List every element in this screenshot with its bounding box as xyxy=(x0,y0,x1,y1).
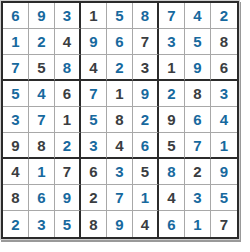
cell-r7c1[interactable]: 4 xyxy=(3,159,29,185)
cell-r3c4[interactable]: 4 xyxy=(81,55,107,81)
cell-r1c4[interactable]: 1 xyxy=(81,3,107,29)
cell-r4c7[interactable]: 2 xyxy=(159,81,185,107)
cell-r7c6[interactable]: 5 xyxy=(133,159,159,185)
cell-r6c7[interactable]: 5 xyxy=(159,133,185,159)
cell-r7c3[interactable]: 7 xyxy=(55,159,81,185)
sudoku-board-frame: 6931587421249673587584231965467192833715… xyxy=(0,0,240,240)
cell-r8c3[interactable]: 9 xyxy=(55,185,81,211)
cell-r5c2[interactable]: 7 xyxy=(29,107,55,133)
cell-r9c8[interactable]: 1 xyxy=(185,211,211,237)
cell-r8c7[interactable]: 4 xyxy=(159,185,185,211)
cell-r6c8[interactable]: 7 xyxy=(185,133,211,159)
cell-r4c8[interactable]: 8 xyxy=(185,81,211,107)
cell-r8c5[interactable]: 7 xyxy=(107,185,133,211)
cell-r1c5[interactable]: 5 xyxy=(107,3,133,29)
cell-r4c1[interactable]: 5 xyxy=(3,81,29,107)
cell-r7c5[interactable]: 3 xyxy=(107,159,133,185)
cell-r4c4[interactable]: 7 xyxy=(81,81,107,107)
cell-r5c8[interactable]: 6 xyxy=(185,107,211,133)
cell-r7c7[interactable]: 8 xyxy=(159,159,185,185)
cell-r6c3[interactable]: 2 xyxy=(55,133,81,159)
cell-r3c2[interactable]: 5 xyxy=(29,55,55,81)
cell-r3c9[interactable]: 6 xyxy=(211,55,237,81)
cell-r6c1[interactable]: 9 xyxy=(3,133,29,159)
cell-r8c9[interactable]: 5 xyxy=(211,185,237,211)
cell-r5c5[interactable]: 8 xyxy=(107,107,133,133)
cell-r5c9[interactable]: 4 xyxy=(211,107,237,133)
cell-r6c9[interactable]: 1 xyxy=(211,133,237,159)
cell-r1c8[interactable]: 4 xyxy=(185,3,211,29)
cell-r9c7[interactable]: 6 xyxy=(159,211,185,237)
cell-r8c6[interactable]: 1 xyxy=(133,185,159,211)
cell-r2c4[interactable]: 9 xyxy=(81,29,107,55)
cell-r4c2[interactable]: 4 xyxy=(29,81,55,107)
cell-r9c9[interactable]: 7 xyxy=(211,211,237,237)
cell-r9c5[interactable]: 9 xyxy=(107,211,133,237)
cell-r1c7[interactable]: 7 xyxy=(159,3,185,29)
cell-r3c1[interactable]: 7 xyxy=(3,55,29,81)
cell-r5c7[interactable]: 9 xyxy=(159,107,185,133)
cell-r9c6[interactable]: 4 xyxy=(133,211,159,237)
cell-r1c3[interactable]: 3 xyxy=(55,3,81,29)
cell-r4c3[interactable]: 6 xyxy=(55,81,81,107)
cell-r2c8[interactable]: 5 xyxy=(185,29,211,55)
cell-r9c1[interactable]: 2 xyxy=(3,211,29,237)
cell-r2c3[interactable]: 4 xyxy=(55,29,81,55)
cell-r7c9[interactable]: 9 xyxy=(211,159,237,185)
cell-r5c4[interactable]: 5 xyxy=(81,107,107,133)
cell-r1c1[interactable]: 6 xyxy=(3,3,29,29)
cell-r9c4[interactable]: 8 xyxy=(81,211,107,237)
cell-r2c9[interactable]: 8 xyxy=(211,29,237,55)
cell-r2c1[interactable]: 1 xyxy=(3,29,29,55)
cell-r3c5[interactable]: 2 xyxy=(107,55,133,81)
cell-r6c4[interactable]: 3 xyxy=(81,133,107,159)
cell-r7c2[interactable]: 1 xyxy=(29,159,55,185)
cell-r5c6[interactable]: 2 xyxy=(133,107,159,133)
cell-r3c8[interactable]: 9 xyxy=(185,55,211,81)
cell-r5c1[interactable]: 3 xyxy=(3,107,29,133)
cell-r8c4[interactable]: 2 xyxy=(81,185,107,211)
cell-r2c6[interactable]: 7 xyxy=(133,29,159,55)
cell-r1c6[interactable]: 8 xyxy=(133,3,159,29)
cell-r9c2[interactable]: 3 xyxy=(29,211,55,237)
cell-r7c4[interactable]: 6 xyxy=(81,159,107,185)
cell-r4c5[interactable]: 1 xyxy=(107,81,133,107)
cell-r8c2[interactable]: 6 xyxy=(29,185,55,211)
cell-r5c3[interactable]: 1 xyxy=(55,107,81,133)
cell-r4c9[interactable]: 3 xyxy=(211,81,237,107)
cell-r8c8[interactable]: 3 xyxy=(185,185,211,211)
cell-r7c8[interactable]: 2 xyxy=(185,159,211,185)
cell-r3c7[interactable]: 1 xyxy=(159,55,185,81)
cell-r1c2[interactable]: 9 xyxy=(29,3,55,29)
cell-r6c6[interactable]: 6 xyxy=(133,133,159,159)
cell-r3c3[interactable]: 8 xyxy=(55,55,81,81)
cell-r2c7[interactable]: 3 xyxy=(159,29,185,55)
cell-r9c3[interactable]: 5 xyxy=(55,211,81,237)
cell-r8c1[interactable]: 8 xyxy=(3,185,29,211)
sudoku-board: 6931587421249673587584231965467192833715… xyxy=(1,1,239,239)
cell-r2c2[interactable]: 2 xyxy=(29,29,55,55)
cell-r1c9[interactable]: 2 xyxy=(211,3,237,29)
cell-r3c6[interactable]: 3 xyxy=(133,55,159,81)
cell-r2c5[interactable]: 6 xyxy=(107,29,133,55)
cell-r4c6[interactable]: 9 xyxy=(133,81,159,107)
cell-r6c2[interactable]: 8 xyxy=(29,133,55,159)
cell-r6c5[interactable]: 4 xyxy=(107,133,133,159)
